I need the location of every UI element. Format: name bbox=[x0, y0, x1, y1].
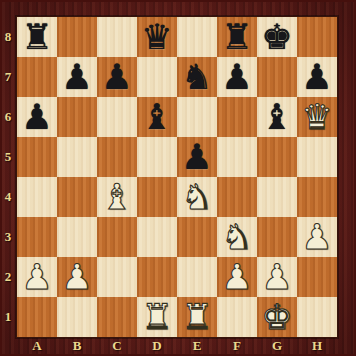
piece-white-pawn[interactable]: ♟ bbox=[257, 257, 297, 297]
square-f4[interactable] bbox=[217, 177, 257, 217]
piece-black-bishop[interactable]: ♝ bbox=[257, 97, 297, 137]
rank-label-6: 6 bbox=[0, 97, 16, 137]
square-d5[interactable] bbox=[137, 137, 177, 177]
square-d7[interactable] bbox=[137, 57, 177, 97]
piece-black-pawn[interactable]: ♟ bbox=[297, 57, 337, 97]
square-e2[interactable] bbox=[177, 257, 217, 297]
piece-black-rook[interactable]: ♜ bbox=[217, 17, 257, 57]
file-labels: ABCDEFGH bbox=[17, 338, 337, 354]
piece-white-pawn[interactable]: ♟ bbox=[297, 217, 337, 257]
rank-label-1: 1 bbox=[0, 297, 16, 337]
piece-white-knight[interactable]: ♞ bbox=[217, 217, 257, 257]
square-h5[interactable] bbox=[297, 137, 337, 177]
piece-white-knight[interactable]: ♞ bbox=[177, 177, 217, 217]
square-h6[interactable]: ♛ bbox=[297, 97, 337, 137]
piece-black-pawn[interactable]: ♟ bbox=[177, 137, 217, 177]
square-b1[interactable] bbox=[57, 297, 97, 337]
rank-label-2: 2 bbox=[0, 257, 16, 297]
file-label-a: A bbox=[17, 338, 57, 354]
square-a5[interactable] bbox=[17, 137, 57, 177]
rank-label-7: 7 bbox=[0, 57, 16, 97]
square-h4[interactable] bbox=[297, 177, 337, 217]
square-d3[interactable] bbox=[137, 217, 177, 257]
square-f7[interactable]: ♟ bbox=[217, 57, 257, 97]
square-d2[interactable] bbox=[137, 257, 177, 297]
square-a8[interactable]: ♜ bbox=[17, 17, 57, 57]
square-c7[interactable]: ♟ bbox=[97, 57, 137, 97]
file-label-b: B bbox=[57, 338, 97, 354]
piece-black-pawn[interactable]: ♟ bbox=[57, 57, 97, 97]
square-e6[interactable] bbox=[177, 97, 217, 137]
file-label-g: G bbox=[257, 338, 297, 354]
rank-label-3: 3 bbox=[0, 217, 16, 257]
square-h7[interactable]: ♟ bbox=[297, 57, 337, 97]
piece-white-king[interactable]: ♚ bbox=[257, 297, 297, 337]
piece-black-pawn[interactable]: ♟ bbox=[17, 97, 57, 137]
square-g5[interactable] bbox=[257, 137, 297, 177]
square-c5[interactable] bbox=[97, 137, 137, 177]
square-h1[interactable] bbox=[297, 297, 337, 337]
square-f1[interactable] bbox=[217, 297, 257, 337]
square-b6[interactable] bbox=[57, 97, 97, 137]
square-e7[interactable]: ♞ bbox=[177, 57, 217, 97]
piece-white-bishop[interactable]: ♝ bbox=[97, 177, 137, 217]
square-b8[interactable] bbox=[57, 17, 97, 57]
square-c1[interactable] bbox=[97, 297, 137, 337]
square-e4[interactable]: ♞ bbox=[177, 177, 217, 217]
piece-white-pawn[interactable]: ♟ bbox=[57, 257, 97, 297]
square-e1[interactable]: ♜ bbox=[177, 297, 217, 337]
square-c2[interactable] bbox=[97, 257, 137, 297]
square-f6[interactable] bbox=[217, 97, 257, 137]
square-f3[interactable]: ♞ bbox=[217, 217, 257, 257]
square-d4[interactable] bbox=[137, 177, 177, 217]
square-d1[interactable]: ♜ bbox=[137, 297, 177, 337]
rank-label-8: 8 bbox=[0, 17, 16, 57]
square-h8[interactable] bbox=[297, 17, 337, 57]
square-e5[interactable]: ♟ bbox=[177, 137, 217, 177]
piece-black-bishop[interactable]: ♝ bbox=[137, 97, 177, 137]
chess-board[interactable]: ♜♛♜♚♟♟♞♟♟♟♝♝♛♟♝♞♞♟♟♟♟♟♜♜♚ bbox=[16, 16, 338, 338]
square-g7[interactable] bbox=[257, 57, 297, 97]
square-f8[interactable]: ♜ bbox=[217, 17, 257, 57]
square-c4[interactable]: ♝ bbox=[97, 177, 137, 217]
square-e8[interactable] bbox=[177, 17, 217, 57]
square-a2[interactable]: ♟ bbox=[17, 257, 57, 297]
piece-black-queen[interactable]: ♛ bbox=[137, 17, 177, 57]
square-f2[interactable]: ♟ bbox=[217, 257, 257, 297]
piece-white-rook[interactable]: ♜ bbox=[137, 297, 177, 337]
file-label-e: E bbox=[177, 338, 217, 354]
file-label-h: H bbox=[297, 338, 337, 354]
square-g2[interactable]: ♟ bbox=[257, 257, 297, 297]
square-a7[interactable] bbox=[17, 57, 57, 97]
square-g3[interactable] bbox=[257, 217, 297, 257]
square-b4[interactable] bbox=[57, 177, 97, 217]
piece-white-pawn[interactable]: ♟ bbox=[17, 257, 57, 297]
piece-black-rook[interactable]: ♜ bbox=[17, 17, 57, 57]
file-label-f: F bbox=[217, 338, 257, 354]
rank-label-5: 5 bbox=[0, 137, 16, 177]
piece-black-king[interactable]: ♚ bbox=[257, 17, 297, 57]
square-a6[interactable]: ♟ bbox=[17, 97, 57, 137]
square-h2[interactable] bbox=[297, 257, 337, 297]
chess-board-frame: 87654321 ♜♛♜♚♟♟♞♟♟♟♝♝♛♟♝♞♞♟♟♟♟♟♜♜♚ ABCDE… bbox=[0, 0, 356, 356]
square-c3[interactable] bbox=[97, 217, 137, 257]
square-a4[interactable] bbox=[17, 177, 57, 217]
square-g8[interactable]: ♚ bbox=[257, 17, 297, 57]
square-b3[interactable] bbox=[57, 217, 97, 257]
square-g6[interactable]: ♝ bbox=[257, 97, 297, 137]
piece-white-queen[interactable]: ♛ bbox=[297, 97, 337, 137]
piece-white-rook[interactable]: ♜ bbox=[177, 297, 217, 337]
piece-black-pawn[interactable]: ♟ bbox=[217, 57, 257, 97]
square-f5[interactable] bbox=[217, 137, 257, 177]
square-h3[interactable]: ♟ bbox=[297, 217, 337, 257]
square-b2[interactable]: ♟ bbox=[57, 257, 97, 297]
square-c8[interactable] bbox=[97, 17, 137, 57]
square-g4[interactable] bbox=[257, 177, 297, 217]
square-d8[interactable]: ♛ bbox=[137, 17, 177, 57]
square-c6[interactable] bbox=[97, 97, 137, 137]
square-a1[interactable] bbox=[17, 297, 57, 337]
square-g1[interactable]: ♚ bbox=[257, 297, 297, 337]
rank-labels: 87654321 bbox=[0, 17, 16, 337]
piece-black-knight[interactable]: ♞ bbox=[177, 57, 217, 97]
square-a3[interactable] bbox=[17, 217, 57, 257]
square-b7[interactable]: ♟ bbox=[57, 57, 97, 97]
piece-black-pawn[interactable]: ♟ bbox=[97, 57, 137, 97]
file-label-c: C bbox=[97, 338, 137, 354]
square-e3[interactable] bbox=[177, 217, 217, 257]
square-b5[interactable] bbox=[57, 137, 97, 177]
piece-white-pawn[interactable]: ♟ bbox=[217, 257, 257, 297]
square-d6[interactable]: ♝ bbox=[137, 97, 177, 137]
rank-label-4: 4 bbox=[0, 177, 16, 217]
file-label-d: D bbox=[137, 338, 177, 354]
